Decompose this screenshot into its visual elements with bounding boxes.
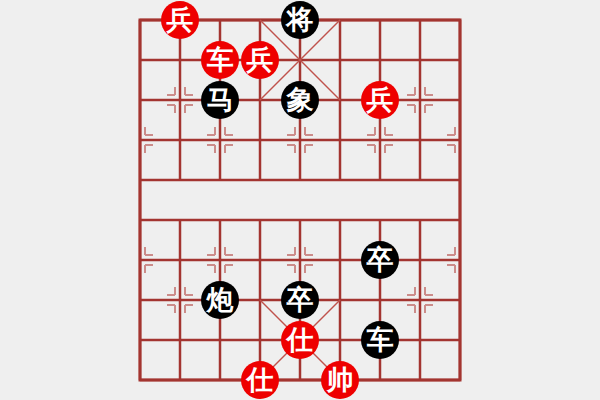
piece-glyph: 车 (361, 321, 399, 359)
piece-glyph: 炮 (201, 281, 239, 319)
piece-glyph: 卒 (361, 241, 399, 279)
piece-glyph: 象 (281, 81, 319, 119)
piece-glyph: 马 (201, 81, 239, 119)
xiangqi-board[interactable]: 兵将车兵马象兵卒炮卒仕车仕帅 (120, 0, 480, 400)
piece-red-soldier[interactable]: 兵 (360, 80, 400, 120)
piece-red-chariot[interactable]: 车 (200, 40, 240, 80)
piece-glyph: 兵 (361, 81, 399, 119)
piece-glyph: 帅 (321, 361, 359, 399)
piece-red-advisor[interactable]: 仕 (280, 320, 320, 360)
piece-black-elephant[interactable]: 象 (280, 80, 320, 120)
piece-black-soldier[interactable]: 卒 (360, 240, 400, 280)
piece-glyph: 仕 (281, 321, 319, 359)
piece-black-chariot[interactable]: 车 (360, 320, 400, 360)
xiangqi-app: 兵将车兵马象兵卒炮卒仕车仕帅 (0, 0, 600, 400)
piece-red-general[interactable]: 帅 (320, 360, 360, 400)
piece-black-horse[interactable]: 马 (200, 80, 240, 120)
piece-glyph: 车 (201, 41, 239, 79)
piece-glyph: 将 (281, 1, 319, 39)
piece-black-cannon[interactable]: 炮 (200, 280, 240, 320)
piece-black-soldier[interactable]: 卒 (280, 280, 320, 320)
piece-glyph: 兵 (241, 41, 279, 79)
piece-glyph: 仕 (241, 361, 279, 399)
piece-glyph: 兵 (161, 1, 199, 39)
piece-red-advisor[interactable]: 仕 (240, 360, 280, 400)
piece-red-soldier[interactable]: 兵 (240, 40, 280, 80)
piece-red-soldier[interactable]: 兵 (160, 0, 200, 40)
piece-black-general[interactable]: 将 (280, 0, 320, 40)
piece-glyph: 卒 (281, 281, 319, 319)
